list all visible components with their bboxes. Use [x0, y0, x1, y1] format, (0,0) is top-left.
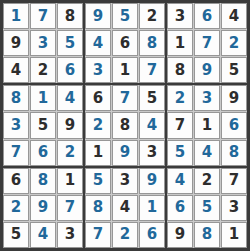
- cell-r1c8[interactable]: 6: [194, 3, 220, 29]
- cell-r3c4[interactable]: 3: [85, 57, 111, 83]
- cell-r8c4[interactable]: 8: [85, 195, 111, 221]
- cell-r4c7[interactable]: 2: [167, 85, 193, 111]
- cell-r6c6[interactable]: 3: [139, 140, 165, 166]
- cell-r9c5[interactable]: 2: [112, 222, 138, 248]
- cell-r1c7[interactable]: 3: [167, 3, 193, 29]
- cell-r8c9[interactable]: 3: [221, 195, 247, 221]
- cell-r3c7[interactable]: 8: [167, 57, 193, 83]
- cell-r7c8[interactable]: 2: [194, 168, 220, 194]
- cell-r5c3[interactable]: 9: [57, 112, 83, 138]
- cell-r6c9[interactable]: 8: [221, 140, 247, 166]
- cell-r2c3[interactable]: 5: [57, 30, 83, 56]
- cell-r2c7[interactable]: 1: [167, 30, 193, 56]
- cell-r7c2[interactable]: 8: [30, 168, 56, 194]
- cell-r3c2[interactable]: 2: [30, 57, 56, 83]
- cell-r1c9[interactable]: 4: [221, 3, 247, 29]
- cell-r9c8[interactable]: 8: [194, 222, 220, 248]
- cell-r3c3[interactable]: 6: [57, 57, 83, 83]
- cell-r2c8[interactable]: 7: [194, 30, 220, 56]
- cell-r6c4[interactable]: 1: [85, 140, 111, 166]
- cell-r4c1[interactable]: 8: [3, 85, 29, 111]
- cell-r5c7[interactable]: 7: [167, 112, 193, 138]
- cell-r8c7[interactable]: 6: [167, 195, 193, 221]
- cell-r8c6[interactable]: 1: [139, 195, 165, 221]
- cell-r8c3[interactable]: 7: [57, 195, 83, 221]
- cell-r6c8[interactable]: 4: [194, 140, 220, 166]
- box-0-1: 952468317: [85, 3, 165, 83]
- cell-r8c5[interactable]: 4: [112, 195, 138, 221]
- cell-r2c5[interactable]: 6: [112, 30, 138, 56]
- cell-r1c1[interactable]: 1: [3, 3, 29, 29]
- box-0-0: 178935426: [3, 3, 83, 83]
- cell-r4c9[interactable]: 9: [221, 85, 247, 111]
- cell-r6c7[interactable]: 5: [167, 140, 193, 166]
- cell-r3c8[interactable]: 9: [194, 57, 220, 83]
- cell-r4c3[interactable]: 4: [57, 85, 83, 111]
- cell-r5c1[interactable]: 3: [3, 112, 29, 138]
- cell-r8c8[interactable]: 5: [194, 195, 220, 221]
- cell-r8c1[interactable]: 2: [3, 195, 29, 221]
- box-2-0: 681297543: [3, 168, 83, 248]
- cell-r2c9[interactable]: 2: [221, 30, 247, 56]
- cell-r5c5[interactable]: 8: [112, 112, 138, 138]
- cell-r9c3[interactable]: 3: [57, 222, 83, 248]
- sudoku-board: 1789354269524683173641728958143597626752…: [0, 0, 250, 251]
- cell-r9c7[interactable]: 9: [167, 222, 193, 248]
- cell-r4c8[interactable]: 3: [194, 85, 220, 111]
- cell-r7c5[interactable]: 3: [112, 168, 138, 194]
- cell-r4c2[interactable]: 1: [30, 85, 56, 111]
- cell-r4c5[interactable]: 7: [112, 85, 138, 111]
- cell-r2c2[interactable]: 3: [30, 30, 56, 56]
- cell-r3c5[interactable]: 1: [112, 57, 138, 83]
- cell-r6c1[interactable]: 7: [3, 140, 29, 166]
- cell-r3c9[interactable]: 5: [221, 57, 247, 83]
- box-1-0: 814359762: [3, 85, 83, 165]
- cell-r2c1[interactable]: 9: [3, 30, 29, 56]
- cell-r5c4[interactable]: 2: [85, 112, 111, 138]
- cell-r9c2[interactable]: 4: [30, 222, 56, 248]
- cell-r9c1[interactable]: 5: [3, 222, 29, 248]
- cell-r4c6[interactable]: 5: [139, 85, 165, 111]
- cell-r7c1[interactable]: 6: [3, 168, 29, 194]
- cell-r7c6[interactable]: 9: [139, 168, 165, 194]
- cell-r2c6[interactable]: 8: [139, 30, 165, 56]
- box-2-1: 539841726: [85, 168, 165, 248]
- cell-r5c9[interactable]: 6: [221, 112, 247, 138]
- cell-r8c2[interactable]: 9: [30, 195, 56, 221]
- cell-r5c2[interactable]: 5: [30, 112, 56, 138]
- cell-r1c6[interactable]: 2: [139, 3, 165, 29]
- box-0-2: 364172895: [167, 3, 247, 83]
- cell-r1c2[interactable]: 7: [30, 3, 56, 29]
- box-2-2: 427653981: [167, 168, 247, 248]
- cell-r5c6[interactable]: 4: [139, 112, 165, 138]
- cell-r1c3[interactable]: 8: [57, 3, 83, 29]
- cell-r6c3[interactable]: 2: [57, 140, 83, 166]
- cell-r1c5[interactable]: 5: [112, 3, 138, 29]
- cell-r9c9[interactable]: 1: [221, 222, 247, 248]
- cell-r3c6[interactable]: 7: [139, 57, 165, 83]
- box-1-1: 675284193: [85, 85, 165, 165]
- cell-r3c1[interactable]: 4: [3, 57, 29, 83]
- cell-r1c4[interactable]: 9: [85, 3, 111, 29]
- cell-r7c4[interactable]: 5: [85, 168, 111, 194]
- cell-r7c9[interactable]: 7: [221, 168, 247, 194]
- cell-r9c4[interactable]: 7: [85, 222, 111, 248]
- cell-r6c5[interactable]: 9: [112, 140, 138, 166]
- box-1-2: 239716548: [167, 85, 247, 165]
- cell-r7c7[interactable]: 4: [167, 168, 193, 194]
- cell-r6c2[interactable]: 6: [30, 140, 56, 166]
- cell-r5c8[interactable]: 1: [194, 112, 220, 138]
- cell-r7c3[interactable]: 1: [57, 168, 83, 194]
- cell-r4c4[interactable]: 6: [85, 85, 111, 111]
- cell-r9c6[interactable]: 6: [139, 222, 165, 248]
- cell-r2c4[interactable]: 4: [85, 30, 111, 56]
